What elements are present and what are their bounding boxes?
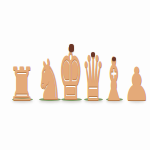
felt-pad-knight	[39, 98, 61, 102]
queen-finial	[91, 52, 96, 57]
felt-pad-queen	[84, 98, 103, 102]
felt-pad-pawn	[129, 98, 145, 102]
king-finial	[69, 44, 74, 52]
felt-pad-bishop	[106, 98, 123, 102]
felt-pad-king	[61, 98, 82, 102]
chess-set-photo: ♜ ♞ ♚ ♛ ♝ ♟	[0, 0, 150, 150]
felt-pad-rook	[12, 98, 33, 102]
bishop-finial	[112, 57, 116, 61]
